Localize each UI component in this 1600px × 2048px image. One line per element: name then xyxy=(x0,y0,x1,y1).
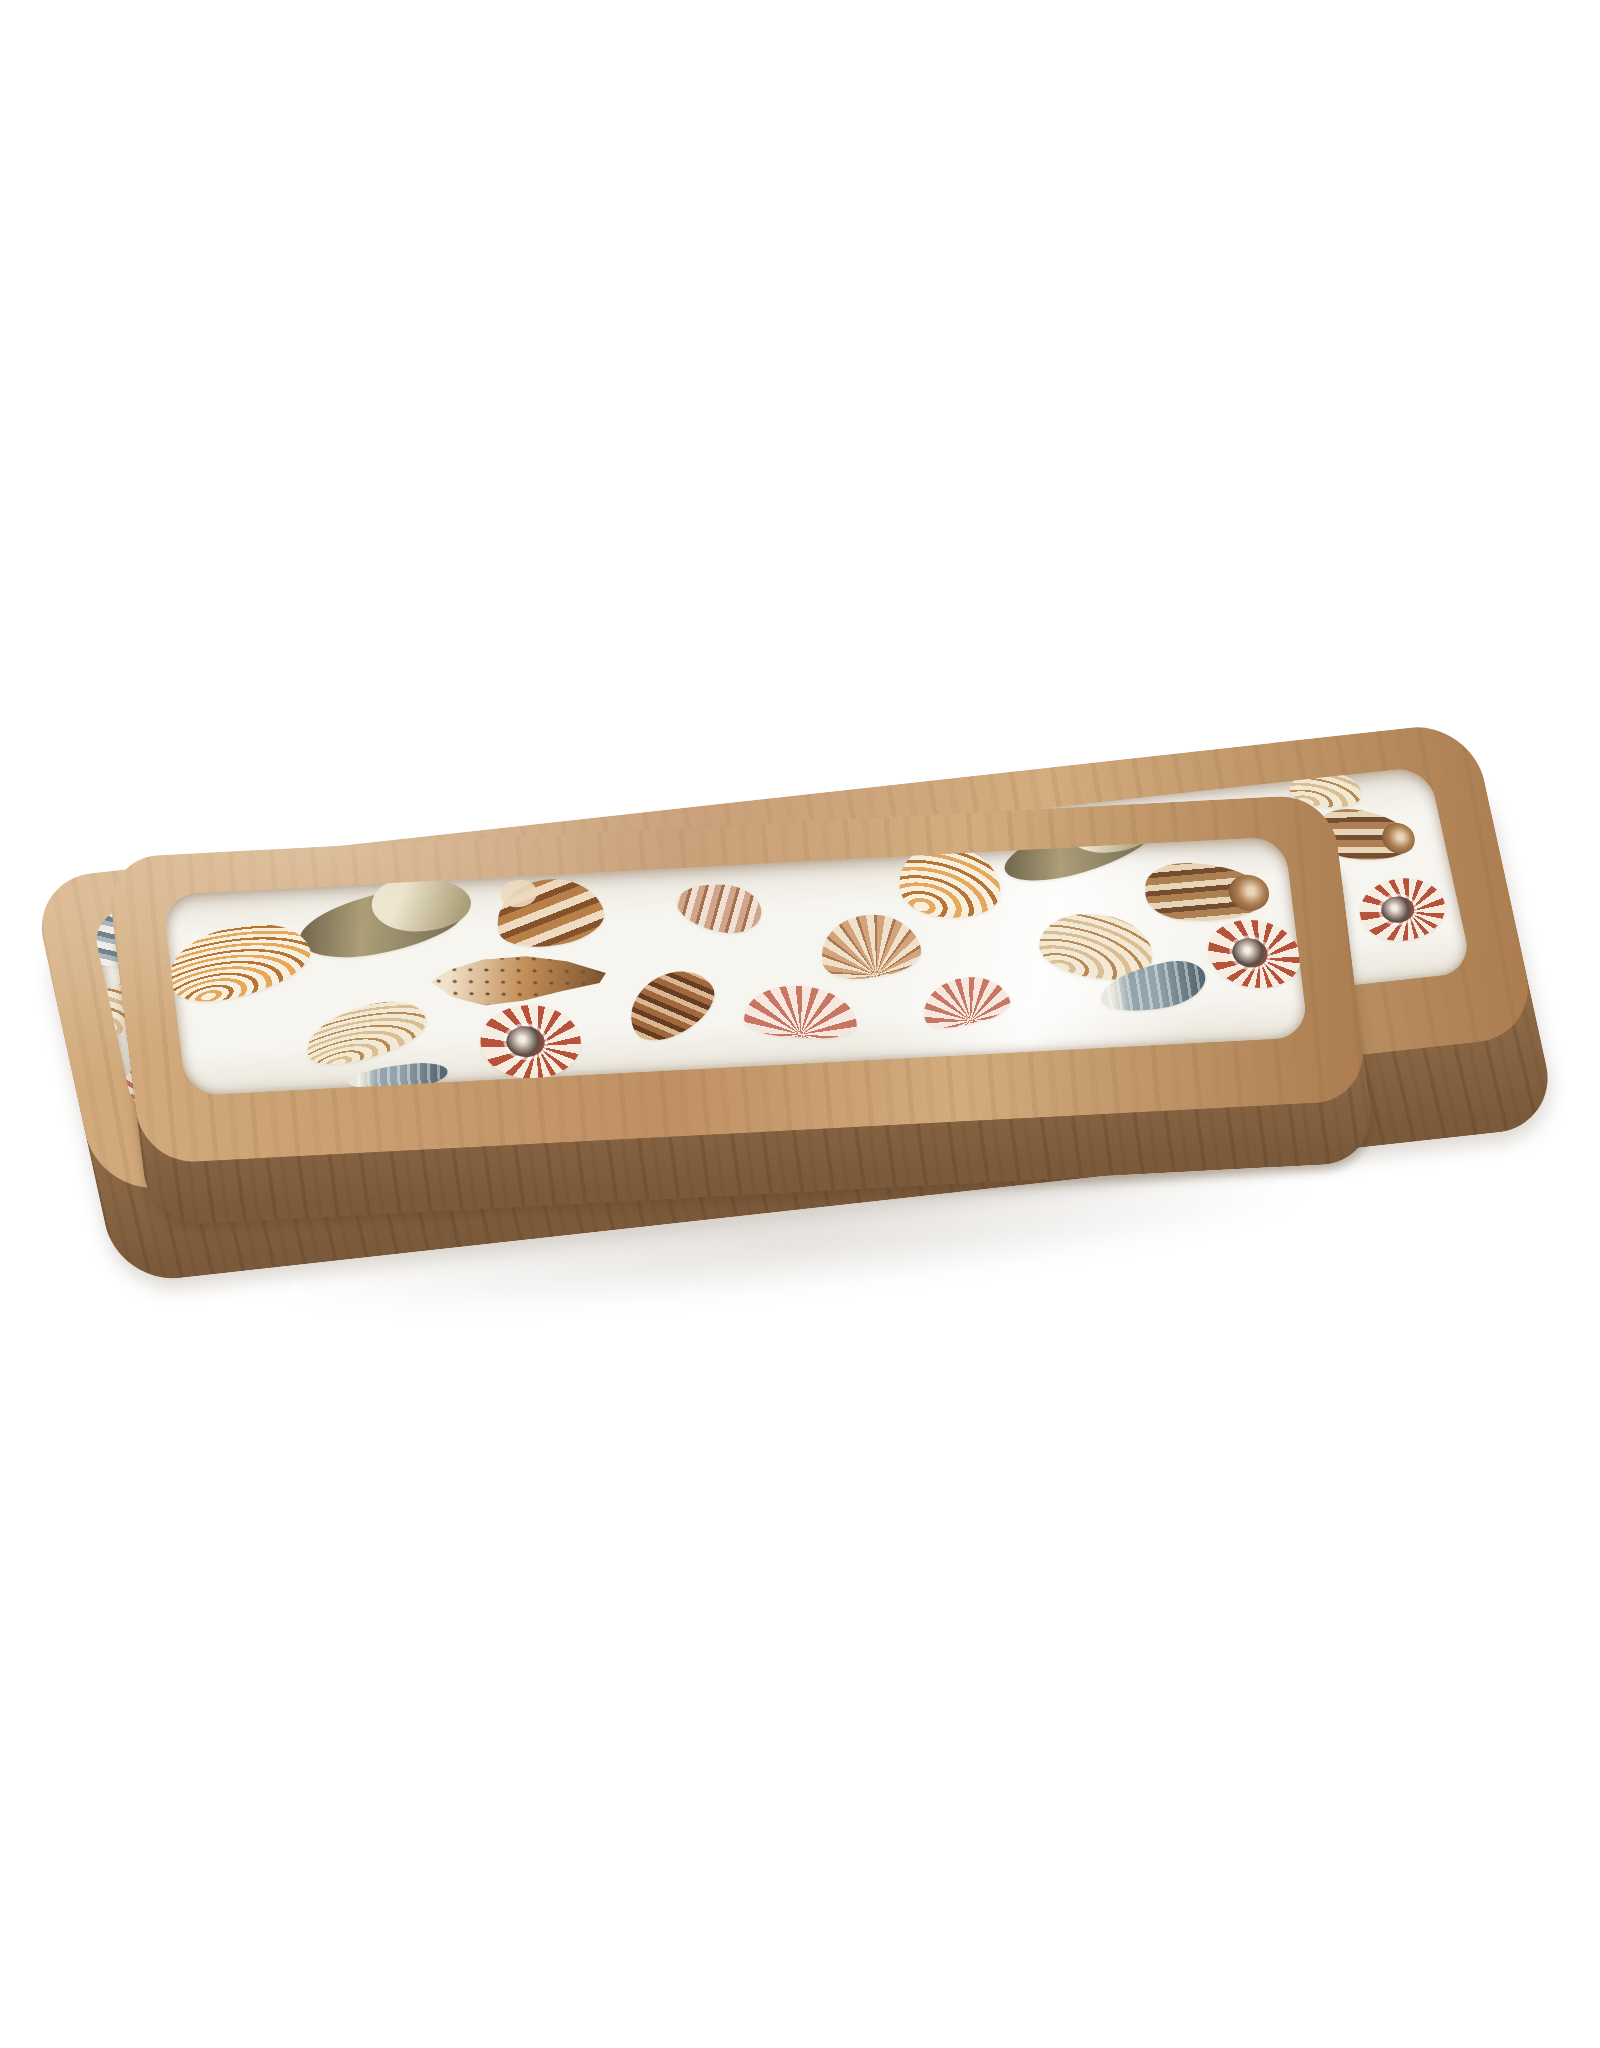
product-photo: Product photo of two nested rectangular … xyxy=(0,0,1600,2048)
seashell-oyster xyxy=(292,877,468,970)
seashell-turret xyxy=(675,878,763,938)
seashell-spiky xyxy=(429,951,608,1010)
seashell-cockle xyxy=(814,908,926,985)
seashell-nautilus xyxy=(1351,871,1454,949)
seashell-fanscallop xyxy=(744,983,858,1041)
photo-description: Product photo of two nested rectangular … xyxy=(0,0,1,1)
photo-canvas: Product photo of two nested rectangular … xyxy=(0,0,1600,2048)
seashell-topshell xyxy=(488,870,610,955)
seashell-cowrie xyxy=(616,956,725,1053)
top-tray xyxy=(105,794,1369,1165)
seashell-conch xyxy=(1145,861,1265,925)
seashell-nautilus xyxy=(476,1003,585,1082)
seashell-scallop xyxy=(162,910,319,1013)
seashell-fanscallop xyxy=(916,969,1014,1033)
seashell-nautilus xyxy=(1206,915,1302,993)
